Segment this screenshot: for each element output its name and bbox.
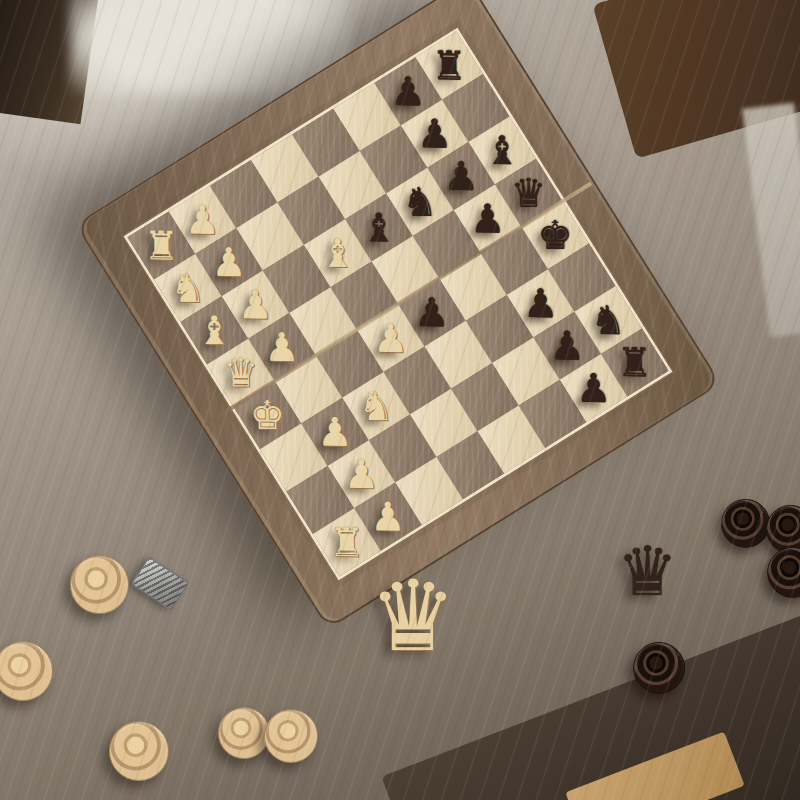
spare-queen-dark: ♛ — [617, 538, 678, 606]
black-pawn: ♟ — [470, 194, 506, 244]
checker-piece-light-3 — [109, 721, 169, 781]
checker-piece-dark-9 — [767, 547, 800, 598]
checker-piece-light-1 — [70, 555, 129, 614]
black-bishop: ♝ — [361, 203, 397, 253]
checker-piece-dark-6 — [633, 642, 685, 694]
white-king: ♚ — [249, 390, 285, 440]
black-pawn: ♟ — [414, 287, 450, 337]
checker-piece-dark-7 — [721, 499, 770, 548]
white-pawn: ♟ — [370, 492, 406, 542]
black-knight: ♞ — [402, 177, 438, 227]
black-rook: ♜ — [617, 337, 653, 387]
black-rook: ♜ — [431, 41, 467, 91]
table-scene: ♜♝♛♚♞♜♟♟♟♟♟♟♟♞♝♟♝♟♞♟♟♟♟♟♟♟♜♞♝♛♚♜ ♛♛ — [0, 0, 800, 800]
checker-piece-light-5 — [264, 709, 318, 763]
checker-piece-light-2 — [0, 641, 53, 701]
white-pawn: ♟ — [264, 322, 300, 372]
checker-piece-light-4 — [218, 707, 270, 759]
black-king: ♚ — [537, 210, 573, 260]
white-bishop: ♝ — [320, 228, 356, 278]
white-knight: ♞ — [358, 381, 394, 431]
board-latch — [131, 557, 189, 611]
white-rook: ♜ — [329, 517, 365, 567]
floor-glimpse — [742, 103, 800, 338]
spare-queen-light: ♛ — [369, 567, 457, 665]
white-pawn: ♟ — [373, 313, 409, 363]
black-pawn: ♟ — [576, 363, 612, 413]
